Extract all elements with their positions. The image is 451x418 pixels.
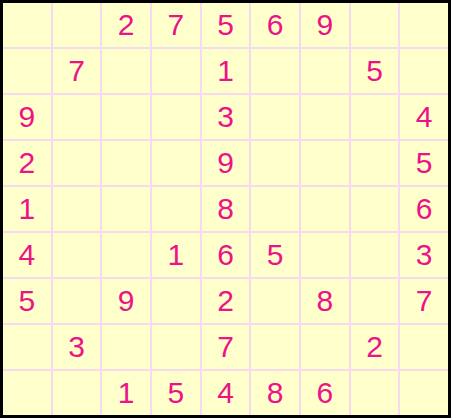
sudoku-cell[interactable]	[152, 141, 200, 185]
sudoku-cell[interactable]	[251, 49, 299, 93]
sudoku-cell[interactable]: 5	[351, 49, 399, 93]
sudoku-cell[interactable]	[251, 187, 299, 231]
sudoku-cell[interactable]: 7	[152, 3, 200, 47]
sudoku-cell[interactable]: 4	[3, 233, 51, 277]
sudoku-cell[interactable]	[251, 95, 299, 139]
sudoku-cell[interactable]	[152, 279, 200, 323]
sudoku-cell[interactable]	[53, 279, 101, 323]
sudoku-cell[interactable]: 6	[400, 187, 448, 231]
sudoku-cell[interactable]	[351, 187, 399, 231]
sudoku-cell[interactable]: 1	[3, 187, 51, 231]
sudoku-cell[interactable]	[400, 49, 448, 93]
sudoku-cell[interactable]: 1	[202, 49, 250, 93]
sudoku-cell[interactable]: 7	[53, 49, 101, 93]
sudoku-cell[interactable]	[400, 325, 448, 369]
sudoku-cell[interactable]: 2	[3, 141, 51, 185]
sudoku-cell[interactable]: 8	[301, 279, 349, 323]
sudoku-cell[interactable]: 9	[202, 141, 250, 185]
sudoku-cell[interactable]	[301, 325, 349, 369]
sudoku-cell[interactable]	[53, 3, 101, 47]
sudoku-cell[interactable]	[53, 371, 101, 415]
sudoku-cell[interactable]	[251, 279, 299, 323]
sudoku-cell[interactable]: 7	[400, 279, 448, 323]
sudoku-cell[interactable]: 5	[251, 233, 299, 277]
sudoku-cell[interactable]	[351, 233, 399, 277]
sudoku-cell[interactable]	[3, 3, 51, 47]
sudoku-cell[interactable]	[351, 279, 399, 323]
sudoku-cell[interactable]: 6	[301, 371, 349, 415]
sudoku-cell[interactable]	[152, 325, 200, 369]
sudoku-cell[interactable]	[351, 371, 399, 415]
sudoku-cell[interactable]	[301, 233, 349, 277]
sudoku-cell[interactable]	[53, 95, 101, 139]
sudoku-cell[interactable]	[351, 3, 399, 47]
sudoku-cell[interactable]: 4	[400, 95, 448, 139]
sudoku-cell[interactable]: 5	[202, 3, 250, 47]
sudoku-cell[interactable]	[102, 49, 150, 93]
sudoku-cell[interactable]	[53, 187, 101, 231]
sudoku-board: 27569715934295186416535928737215486	[0, 0, 451, 418]
sudoku-cell[interactable]	[351, 141, 399, 185]
sudoku-cell[interactable]	[3, 49, 51, 93]
sudoku-cell[interactable]: 9	[102, 279, 150, 323]
sudoku-cell[interactable]	[53, 233, 101, 277]
sudoku-cell[interactable]	[152, 49, 200, 93]
sudoku-cell[interactable]	[102, 325, 150, 369]
sudoku-cell[interactable]	[400, 371, 448, 415]
sudoku-cell[interactable]	[251, 325, 299, 369]
sudoku-cell[interactable]: 2	[202, 279, 250, 323]
sudoku-cell[interactable]: 8	[251, 371, 299, 415]
sudoku-cell[interactable]: 3	[202, 95, 250, 139]
sudoku-cell[interactable]: 6	[251, 3, 299, 47]
sudoku-cell[interactable]: 8	[202, 187, 250, 231]
sudoku-cell[interactable]: 1	[152, 233, 200, 277]
sudoku-cell[interactable]: 9	[3, 95, 51, 139]
sudoku-cell[interactable]: 7	[202, 325, 250, 369]
sudoku-cell[interactable]: 5	[3, 279, 51, 323]
sudoku-cell[interactable]	[102, 187, 150, 231]
sudoku-cell[interactable]	[400, 3, 448, 47]
sudoku-cell[interactable]: 2	[102, 3, 150, 47]
sudoku-cell[interactable]	[3, 371, 51, 415]
sudoku-cell[interactable]	[3, 325, 51, 369]
sudoku-cell[interactable]	[152, 187, 200, 231]
sudoku-cell[interactable]	[301, 49, 349, 93]
sudoku-cell[interactable]	[102, 95, 150, 139]
sudoku-cell[interactable]	[351, 95, 399, 139]
sudoku-cell[interactable]	[251, 141, 299, 185]
sudoku-cell[interactable]	[301, 187, 349, 231]
sudoku-cell[interactable]: 3	[53, 325, 101, 369]
sudoku-cell[interactable]	[301, 95, 349, 139]
sudoku-cell[interactable]	[152, 95, 200, 139]
sudoku-cell[interactable]	[102, 233, 150, 277]
sudoku-cell[interactable]: 6	[202, 233, 250, 277]
sudoku-cell[interactable]	[53, 141, 101, 185]
sudoku-cell[interactable]	[301, 141, 349, 185]
sudoku-cell[interactable]: 5	[152, 371, 200, 415]
sudoku-cell[interactable]: 1	[102, 371, 150, 415]
sudoku-cell[interactable]: 9	[301, 3, 349, 47]
sudoku-cell[interactable]: 5	[400, 141, 448, 185]
sudoku-cell[interactable]: 2	[351, 325, 399, 369]
sudoku-cell[interactable]: 3	[400, 233, 448, 277]
sudoku-cell[interactable]	[102, 141, 150, 185]
sudoku-cell[interactable]: 4	[202, 371, 250, 415]
